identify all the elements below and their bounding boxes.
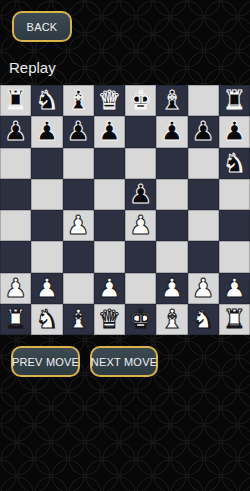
next-move-button[interactable]: NEXT MOVE — [90, 346, 158, 377]
white-king-piece: ♚ — [129, 304, 152, 335]
white-bishop-piece: ♝ — [66, 304, 89, 335]
square-a1: ♜ — [0, 304, 31, 335]
square-e2 — [125, 273, 156, 304]
square-b8: ♞ — [31, 85, 62, 116]
black-rook-piece: ♜ — [4, 85, 27, 116]
square-d1: ♛ — [94, 304, 125, 335]
black-bishop-piece: ♝ — [66, 85, 89, 116]
white-queen-piece: ♛ — [98, 304, 121, 335]
square-g6 — [188, 148, 219, 179]
black-pawn-piece: ♟ — [98, 116, 121, 147]
square-d7: ♟ — [94, 116, 125, 147]
square-b7: ♟ — [31, 116, 62, 147]
square-c3 — [63, 241, 94, 272]
square-f3 — [156, 241, 187, 272]
white-rook-piece: ♜ — [223, 304, 246, 335]
square-c6 — [63, 148, 94, 179]
prev-move-button[interactable]: PREV MOVE — [11, 346, 80, 377]
square-a3 — [0, 241, 31, 272]
black-pawn-piece: ♟ — [66, 116, 89, 147]
square-e3 — [125, 241, 156, 272]
square-b6 — [31, 148, 62, 179]
square-d5 — [94, 179, 125, 210]
black-pawn-piece: ♟ — [4, 116, 27, 147]
square-g8 — [188, 85, 219, 116]
square-h4 — [219, 210, 250, 241]
square-c7: ♟ — [63, 116, 94, 147]
square-b5 — [31, 179, 62, 210]
square-d6 — [94, 148, 125, 179]
square-f4 — [156, 210, 187, 241]
black-pawn-piece: ♟ — [160, 116, 183, 147]
square-c5 — [63, 179, 94, 210]
white-bishop-piece: ♝ — [160, 304, 183, 335]
square-f8: ♝ — [156, 85, 187, 116]
white-pawn-piece: ♟ — [191, 273, 214, 304]
square-c4: ♟ — [63, 210, 94, 241]
black-pawn-piece: ♟ — [35, 116, 58, 147]
square-e7 — [125, 116, 156, 147]
replay-screen: BACK Replay ♜♞♝♛♚♝♜♟♟♟♟♟♟♟♞♟♟♟♟♟♟♟♟♟♜♞♝♛… — [0, 0, 250, 491]
black-pawn-piece: ♟ — [129, 179, 152, 210]
square-d3 — [94, 241, 125, 272]
square-f2: ♟ — [156, 273, 187, 304]
square-g2: ♟ — [188, 273, 219, 304]
square-g1: ♞ — [188, 304, 219, 335]
square-f1: ♝ — [156, 304, 187, 335]
square-f5 — [156, 179, 187, 210]
square-f6 — [156, 148, 187, 179]
square-d4 — [94, 210, 125, 241]
square-h3 — [219, 241, 250, 272]
square-e5: ♟ — [125, 179, 156, 210]
square-c2 — [63, 273, 94, 304]
white-knight-piece: ♞ — [35, 304, 58, 335]
square-b3 — [31, 241, 62, 272]
back-button[interactable]: BACK — [12, 11, 72, 42]
white-pawn-piece: ♟ — [4, 273, 27, 304]
white-pawn-piece: ♟ — [129, 210, 152, 241]
square-e6 — [125, 148, 156, 179]
square-a5 — [0, 179, 31, 210]
black-queen-piece: ♛ — [98, 85, 121, 116]
square-h6: ♞ — [219, 148, 250, 179]
square-g7: ♟ — [188, 116, 219, 147]
white-pawn-piece: ♟ — [223, 273, 246, 304]
white-knight-piece: ♞ — [191, 304, 214, 335]
square-h7: ♟ — [219, 116, 250, 147]
square-c8: ♝ — [63, 85, 94, 116]
square-b2: ♟ — [31, 273, 62, 304]
black-rook-piece: ♜ — [223, 85, 246, 116]
black-king-piece: ♚ — [129, 85, 152, 116]
square-g4 — [188, 210, 219, 241]
square-h5 — [219, 179, 250, 210]
page-title: Replay — [9, 58, 56, 77]
chess-board: ♜♞♝♛♚♝♜♟♟♟♟♟♟♟♞♟♟♟♟♟♟♟♟♟♜♞♝♛♚♝♞♜ — [0, 85, 250, 335]
black-knight-piece: ♞ — [223, 148, 246, 179]
square-a2: ♟ — [0, 273, 31, 304]
square-b1: ♞ — [31, 304, 62, 335]
square-a7: ♟ — [0, 116, 31, 147]
square-c1: ♝ — [63, 304, 94, 335]
white-rook-piece: ♜ — [4, 304, 27, 335]
square-d8: ♛ — [94, 85, 125, 116]
white-pawn-piece: ♟ — [66, 210, 89, 241]
square-h8: ♜ — [219, 85, 250, 116]
square-e4: ♟ — [125, 210, 156, 241]
square-e8: ♚ — [125, 85, 156, 116]
square-h1: ♜ — [219, 304, 250, 335]
square-d2: ♟ — [94, 273, 125, 304]
square-e1: ♚ — [125, 304, 156, 335]
black-bishop-piece: ♝ — [160, 85, 183, 116]
square-a6 — [0, 148, 31, 179]
white-pawn-piece: ♟ — [160, 273, 183, 304]
square-g5 — [188, 179, 219, 210]
black-knight-piece: ♞ — [35, 85, 58, 116]
square-a4 — [0, 210, 31, 241]
square-h2: ♟ — [219, 273, 250, 304]
square-f7: ♟ — [156, 116, 187, 147]
white-pawn-piece: ♟ — [98, 273, 121, 304]
square-a8: ♜ — [0, 85, 31, 116]
square-g3 — [188, 241, 219, 272]
black-pawn-piece: ♟ — [223, 116, 246, 147]
white-pawn-piece: ♟ — [35, 273, 58, 304]
square-b4 — [31, 210, 62, 241]
black-pawn-piece: ♟ — [191, 116, 214, 147]
